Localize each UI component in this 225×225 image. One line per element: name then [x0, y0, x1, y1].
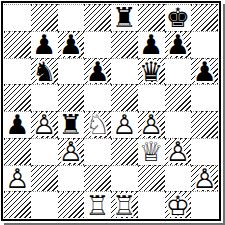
black-rook-halo: ♜: [111, 5, 138, 31]
black-pawn-halo: ♟: [4, 112, 31, 138]
white-pawn-icon: ♙: [191, 166, 218, 192]
white-pawn-icon: ♙: [165, 139, 192, 165]
square-g3[interactable]: ♟♙: [165, 138, 192, 165]
black-pawn-halo: ♟: [31, 32, 58, 58]
black-pawn-icon: ♟: [31, 32, 58, 58]
white-rook-halo: ♜: [111, 192, 138, 218]
black-knight-halo: ♞: [31, 59, 58, 85]
black-king-icon: ♚: [165, 5, 192, 31]
black-king-halo: ♚: [165, 5, 192, 31]
square-d3[interactable]: [84, 138, 111, 165]
square-f2[interactable]: [138, 165, 165, 192]
square-b8[interactable]: [31, 4, 58, 31]
black-rook-icon: ♜: [111, 5, 138, 31]
square-b4[interactable]: ♟♙: [31, 111, 58, 138]
black-pawn-icon: ♟: [58, 32, 85, 58]
board-edge-shadow-bottom: [4, 223, 225, 225]
white-pawn-halo: ♟: [31, 112, 58, 138]
square-f4[interactable]: ♟♙: [138, 111, 165, 138]
square-h1[interactable]: [191, 191, 218, 218]
square-a7[interactable]: [4, 31, 31, 58]
square-a5[interactable]: [4, 84, 31, 111]
square-b2[interactable]: [31, 165, 58, 192]
square-e2[interactable]: [111, 165, 138, 192]
square-a2[interactable]: ♟♙: [4, 165, 31, 192]
square-f5[interactable]: [138, 84, 165, 111]
white-pawn-icon: ♙: [58, 139, 85, 165]
white-pawn-icon: ♙: [31, 112, 58, 138]
white-pawn-halo: ♟: [191, 166, 218, 192]
black-pawn-halo: ♟: [165, 32, 192, 58]
square-f7[interactable]: ♟♟: [138, 31, 165, 58]
black-rook-halo: ♜: [58, 112, 85, 138]
square-g8[interactable]: ♚♚: [165, 4, 192, 31]
square-d4[interactable]: ♞♘: [84, 111, 111, 138]
white-rook-halo: ♜: [84, 192, 111, 218]
square-b5[interactable]: [31, 84, 58, 111]
square-a1[interactable]: [4, 191, 31, 218]
square-b1[interactable]: [31, 191, 58, 218]
square-f8[interactable]: [138, 4, 165, 31]
square-e4[interactable]: ♟♙: [111, 111, 138, 138]
white-pawn-icon: ♙: [4, 166, 31, 192]
black-pawn-icon: ♟: [191, 59, 218, 85]
square-c7[interactable]: ♟♟: [58, 31, 85, 58]
chess-board: ♜♜♚♚♟♟♟♟♟♟♟♟♞♞♟♟♛♛♟♟♟♟♟♙♜♜♞♘♟♙♟♙♟♙♛♕♟♙♟♙…: [4, 4, 218, 218]
black-queen-halo: ♛: [138, 59, 165, 85]
white-pawn-halo: ♟: [111, 112, 138, 138]
black-pawn-halo: ♟: [191, 59, 218, 85]
black-pawn-icon: ♟: [165, 32, 192, 58]
square-c4[interactable]: ♜♜: [58, 111, 85, 138]
square-e5[interactable]: [111, 84, 138, 111]
square-b6[interactable]: ♞♞: [31, 58, 58, 85]
black-pawn-halo: ♟: [58, 32, 85, 58]
square-a6[interactable]: [4, 58, 31, 85]
square-e1[interactable]: ♜♖: [111, 191, 138, 218]
square-a8[interactable]: [4, 4, 31, 31]
square-e7[interactable]: [111, 31, 138, 58]
square-d8[interactable]: [84, 4, 111, 31]
square-a4[interactable]: ♟♟: [4, 111, 31, 138]
square-h7[interactable]: [191, 31, 218, 58]
black-pawn-icon: ♟: [138, 32, 165, 58]
white-pawn-halo: ♟: [58, 139, 85, 165]
black-pawn-halo: ♟: [138, 32, 165, 58]
white-pawn-halo: ♟: [138, 112, 165, 138]
board-edge-shadow-right: [223, 4, 225, 225]
black-rook-icon: ♜: [58, 112, 85, 138]
black-pawn-halo: ♟: [84, 59, 111, 85]
square-f3[interactable]: ♛♕: [138, 138, 165, 165]
black-pawn-icon: ♟: [4, 112, 31, 138]
black-knight-icon: ♞: [31, 59, 58, 85]
black-pawn-icon: ♟: [84, 59, 111, 85]
square-g5[interactable]: [165, 84, 192, 111]
white-queen-icon: ♕: [138, 139, 165, 165]
square-e8[interactable]: ♜♜: [111, 4, 138, 31]
square-c6[interactable]: [58, 58, 85, 85]
square-d6[interactable]: ♟♟: [84, 58, 111, 85]
white-pawn-halo: ♟: [165, 139, 192, 165]
square-f1[interactable]: [138, 191, 165, 218]
white-pawn-icon: ♙: [138, 112, 165, 138]
square-g7[interactable]: ♟♟: [165, 31, 192, 58]
white-knight-halo: ♞: [84, 112, 111, 138]
square-e3[interactable]: [111, 138, 138, 165]
square-h5[interactable]: [191, 84, 218, 111]
board-frame: ♜♜♚♚♟♟♟♟♟♟♟♟♞♞♟♟♛♛♟♟♟♟♟♙♜♜♞♘♟♙♟♙♟♙♛♕♟♙♟♙…: [1, 1, 221, 221]
square-g6[interactable]: [165, 58, 192, 85]
white-pawn-icon: ♙: [111, 112, 138, 138]
square-d5[interactable]: [84, 84, 111, 111]
white-king-icon: ♔: [165, 192, 192, 218]
square-c3[interactable]: ♟♙: [58, 138, 85, 165]
square-h6[interactable]: ♟♟: [191, 58, 218, 85]
white-king-halo: ♚: [165, 192, 192, 218]
square-d1[interactable]: ♜♖: [84, 191, 111, 218]
square-c2[interactable]: [58, 165, 85, 192]
square-h2[interactable]: ♟♙: [191, 165, 218, 192]
square-g2[interactable]: [165, 165, 192, 192]
square-h3[interactable]: [191, 138, 218, 165]
square-c8[interactable]: [58, 4, 85, 31]
square-h4[interactable]: [191, 111, 218, 138]
white-rook-icon: ♖: [111, 192, 138, 218]
square-g1[interactable]: ♚♔: [165, 191, 192, 218]
square-b3[interactable]: [31, 138, 58, 165]
square-h8[interactable]: [191, 4, 218, 31]
black-queen-icon: ♛: [138, 59, 165, 85]
square-c1[interactable]: [58, 191, 85, 218]
square-g4[interactable]: [165, 111, 192, 138]
white-knight-icon: ♘: [84, 112, 111, 138]
square-a3[interactable]: [4, 138, 31, 165]
square-b7[interactable]: ♟♟: [31, 31, 58, 58]
chess-diagram: ♜♜♚♚♟♟♟♟♟♟♟♟♞♞♟♟♛♛♟♟♟♟♟♙♜♜♞♘♟♙♟♙♟♙♛♕♟♙♟♙…: [0, 0, 225, 225]
white-rook-icon: ♖: [84, 192, 111, 218]
square-f6[interactable]: ♛♛: [138, 58, 165, 85]
square-e6[interactable]: [111, 58, 138, 85]
square-d2[interactable]: [84, 165, 111, 192]
white-queen-halo: ♛: [138, 139, 165, 165]
white-pawn-halo: ♟: [4, 166, 31, 192]
square-d7[interactable]: [84, 31, 111, 58]
square-c5[interactable]: [58, 84, 85, 111]
